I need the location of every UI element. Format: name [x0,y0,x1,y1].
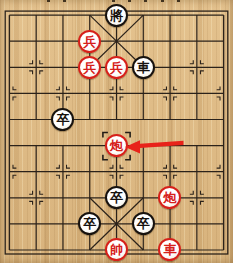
xiangqi-board-screen: 將兵兵兵車卒炮卒炮卒卒帥車 [0,0,233,263]
annotation-layer [0,0,233,263]
selection-brackets [103,133,130,160]
last-move-arrow [125,140,184,153]
